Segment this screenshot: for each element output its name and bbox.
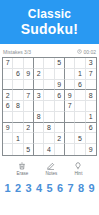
sudoku-cell-r7c2[interactable] [13, 123, 23, 134]
erase-button[interactable]: Erase [17, 162, 29, 176]
sudoku-grid: 7536921796273698687819286125549 [2, 57, 97, 156]
hint-button-label: Hint [74, 171, 82, 176]
sudoku-cell-r3c9[interactable] [86, 80, 96, 91]
timer-value: 00:02 [83, 49, 96, 55]
sudoku-cell-r4c3[interactable]: 7 [24, 90, 34, 101]
notes-button-label: Notes [45, 171, 57, 176]
sudoku-cell-r1c5[interactable] [44, 58, 54, 69]
mistakes-counter: Mistakes 3/3 [3, 49, 31, 55]
sudoku-cell-r5c7[interactable]: 7 [65, 101, 75, 112]
numpad-key-1[interactable]: 1 [3, 182, 12, 194]
sudoku-cell-r3c5[interactable] [44, 80, 54, 91]
sudoku-cell-r8c5[interactable] [44, 133, 54, 144]
numpad-key-8[interactable]: 8 [77, 182, 86, 194]
sudoku-cell-r1c3[interactable] [24, 58, 34, 69]
sudoku-cell-r8c6[interactable]: 2 [55, 133, 65, 144]
sudoku-cell-r2c3[interactable]: 9 [24, 69, 34, 80]
sudoku-cell-r8c1[interactable] [3, 133, 13, 144]
sudoku-cell-r4c6[interactable]: 6 [55, 90, 65, 101]
sudoku-cell-r8c7[interactable] [65, 133, 75, 144]
sudoku-cell-r5c8[interactable] [75, 101, 85, 112]
sudoku-cell-r9c6[interactable] [55, 144, 65, 155]
sudoku-cell-r2c9[interactable]: 7 [86, 69, 96, 80]
sudoku-cell-r9c4[interactable] [34, 144, 44, 155]
sudoku-cell-r9c2[interactable] [13, 144, 23, 155]
sudoku-cell-r6c1[interactable] [3, 112, 13, 123]
sudoku-cell-r1c2[interactable] [13, 58, 23, 69]
erase-button-label: Erase [17, 171, 29, 176]
sudoku-cell-r6c5[interactable] [44, 112, 54, 123]
sudoku-cell-r9c5[interactable]: 4 [44, 144, 54, 155]
sudoku-cell-r2c5[interactable] [44, 69, 54, 80]
app-banner: Classic Sudoku! [0, 0, 99, 44]
sudoku-cell-r6c8[interactable] [75, 112, 85, 123]
sudoku-cell-r4c8[interactable] [75, 90, 85, 101]
pencil-icon [47, 162, 55, 170]
sudoku-cell-r5c3[interactable] [24, 101, 34, 112]
sudoku-cell-r5c4[interactable] [34, 101, 44, 112]
numpad-key-7[interactable]: 7 [66, 182, 75, 194]
sudoku-cell-r5c6[interactable] [55, 101, 65, 112]
trash-icon [18, 162, 26, 170]
sudoku-cell-r7c1[interactable]: 9 [3, 123, 13, 134]
sudoku-cell-r2c4[interactable]: 2 [34, 69, 44, 80]
sudoku-cell-r2c6[interactable] [55, 69, 65, 80]
sudoku-cell-r6c7[interactable] [65, 112, 75, 123]
sudoku-cell-r3c8[interactable]: 6 [75, 80, 85, 91]
sudoku-cell-r4c5[interactable] [44, 90, 54, 101]
sudoku-cell-r9c3[interactable]: 5 [24, 144, 34, 155]
timer: 00:02 [77, 49, 96, 55]
numpad-key-6[interactable]: 6 [56, 182, 65, 194]
sudoku-cell-r7c7[interactable] [65, 123, 75, 134]
sudoku-cell-r6c2[interactable] [13, 112, 23, 123]
sudoku-cell-r4c2[interactable] [13, 90, 23, 101]
sudoku-cell-r2c7[interactable] [65, 69, 75, 80]
sudoku-cell-r1c6[interactable]: 5 [55, 58, 65, 69]
sudoku-cell-r5c1[interactable]: 6 [3, 101, 13, 112]
notes-button[interactable]: Notes [45, 162, 57, 176]
sudoku-cell-r7c3[interactable]: 2 [24, 123, 34, 134]
sudoku-cell-r8c4[interactable] [34, 133, 44, 144]
sudoku-cell-r4c1[interactable]: 2 [3, 90, 13, 101]
sudoku-cell-r6c3[interactable] [24, 112, 34, 123]
numpad-key-5[interactable]: 5 [45, 182, 54, 194]
numpad-key-9[interactable]: 9 [87, 182, 96, 194]
sudoku-cell-r7c5[interactable]: 8 [44, 123, 54, 134]
lightbulb-icon [74, 162, 82, 170]
numpad-key-4[interactable]: 4 [35, 182, 44, 194]
numpad-key-3[interactable]: 3 [24, 182, 33, 194]
sudoku-cell-r7c8[interactable] [75, 123, 85, 134]
sudoku-cell-r5c2[interactable]: 8 [13, 101, 23, 112]
sudoku-cell-r6c6[interactable] [55, 112, 65, 123]
sudoku-cell-r7c6[interactable] [55, 123, 65, 134]
sudoku-cell-r8c3[interactable] [24, 133, 34, 144]
sudoku-cell-r7c9[interactable]: 6 [86, 123, 96, 134]
sudoku-cell-r4c7[interactable]: 9 [65, 90, 75, 101]
sudoku-cell-r6c9[interactable]: 1 [86, 112, 96, 123]
sudoku-cell-r1c9[interactable]: 3 [86, 58, 96, 69]
sudoku-cell-r3c4[interactable] [34, 80, 44, 91]
status-bar: Mistakes 3/3 00:02 [3, 48, 96, 55]
sudoku-cell-r5c9[interactable] [86, 101, 96, 112]
page-title-line2: Sudoku! [0, 21, 99, 37]
sudoku-cell-r8c2[interactable]: 1 [13, 133, 23, 144]
numpad: 123456789 [3, 182, 96, 194]
sudoku-cell-r6c4[interactable]: 8 [34, 112, 44, 123]
sudoku-cell-r3c7[interactable] [65, 80, 75, 91]
hint-button[interactable]: Hint [74, 162, 82, 176]
sudoku-cell-r1c7[interactable] [65, 58, 75, 69]
numpad-key-2[interactable]: 2 [14, 182, 23, 194]
sudoku-cell-r8c8[interactable]: 5 [75, 133, 85, 144]
sudoku-cell-r4c4[interactable]: 3 [34, 90, 44, 101]
sudoku-cell-r3c1[interactable] [3, 80, 13, 91]
sudoku-cell-r9c7[interactable] [65, 144, 75, 155]
sudoku-cell-r9c9[interactable]: 9 [86, 144, 96, 155]
sudoku-cell-r5c5[interactable] [44, 101, 54, 112]
sudoku-cell-r4c9[interactable]: 8 [86, 90, 96, 101]
sudoku-cell-r2c2[interactable]: 6 [13, 69, 23, 80]
sudoku-cell-r3c2[interactable] [13, 80, 23, 91]
sudoku-cell-r7c4[interactable] [34, 123, 44, 134]
sudoku-cell-r1c1[interactable]: 7 [3, 58, 13, 69]
clock-icon [77, 49, 82, 54]
sudoku-cell-r1c4[interactable] [34, 58, 44, 69]
sudoku-cell-r3c6[interactable]: 9 [55, 80, 65, 91]
sudoku-cell-r8c9[interactable] [86, 133, 96, 144]
sudoku-cell-r1c8[interactable] [75, 58, 85, 69]
toolbar: Erase Notes Hint [8, 162, 91, 176]
sudoku-cell-r2c1[interactable] [3, 69, 13, 80]
sudoku-cell-r3c3[interactable] [24, 80, 34, 91]
sudoku-cell-r9c8[interactable] [75, 144, 85, 155]
sudoku-cell-r9c1[interactable] [3, 144, 13, 155]
sudoku-cell-r2c8[interactable]: 1 [75, 69, 85, 80]
page-title-line1: Classic [0, 8, 99, 21]
